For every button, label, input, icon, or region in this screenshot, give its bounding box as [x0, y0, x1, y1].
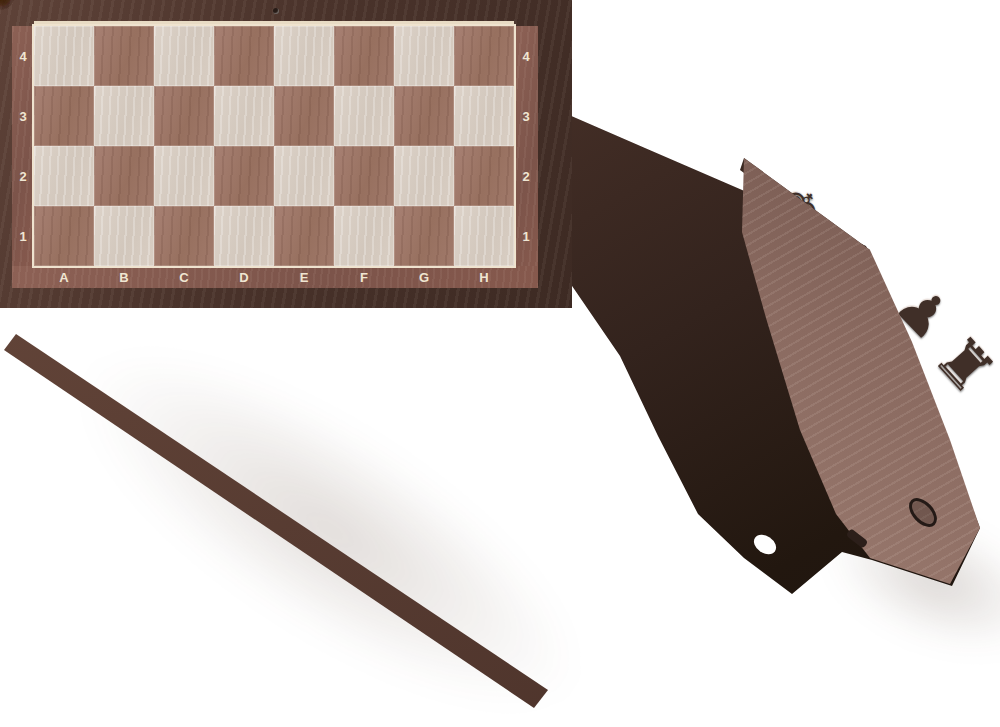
- chessboard-face: ABCDEFGH11223344: [0, 0, 572, 308]
- square-c4: [154, 26, 214, 86]
- square-c2: [154, 146, 214, 206]
- square-a3: [34, 86, 94, 146]
- square-b2: [94, 146, 154, 206]
- file-label-h: H: [479, 271, 488, 284]
- square-e1: [274, 206, 334, 266]
- square-h4: [454, 26, 514, 86]
- square-e2: [274, 146, 334, 206]
- square-f3: [334, 86, 394, 146]
- board-squares: [34, 26, 514, 266]
- product-photo-folding-chess-set: ♚♟♜ ABCDEFGH11223344 ♟♜♟♞♟♝♟♛♟♚♟♝♟♞♟♜: [0, 0, 1000, 727]
- square-h3: [454, 86, 514, 146]
- black-rook-tip: ♜: [925, 324, 1000, 404]
- fold-boundary-line: [34, 21, 514, 24]
- margin-bottom: [12, 266, 538, 288]
- square-a4: [34, 26, 94, 86]
- square-e3: [274, 86, 334, 146]
- square-h1: [454, 206, 514, 266]
- rank-label-left-3: 3: [19, 110, 26, 123]
- square-f1: [334, 206, 394, 266]
- rank-label-right-3: 3: [522, 110, 529, 123]
- square-b1: [94, 206, 154, 266]
- file-label-a: A: [59, 271, 68, 284]
- rank-label-left-2: 2: [19, 170, 26, 183]
- square-f4: [334, 26, 394, 86]
- file-label-f: F: [360, 271, 368, 284]
- square-a1: [34, 206, 94, 266]
- rank-label-right-4: 4: [522, 50, 529, 63]
- rank-label-right-2: 2: [522, 170, 529, 183]
- square-a2: [34, 146, 94, 206]
- square-e4: [274, 26, 334, 86]
- file-label-g: G: [419, 271, 429, 284]
- square-g4: [394, 26, 454, 86]
- square-g2: [394, 146, 454, 206]
- square-g3: [394, 86, 454, 146]
- file-label-c: C: [179, 271, 188, 284]
- rank-label-right-1: 1: [522, 230, 529, 243]
- rank-label-left-1: 1: [19, 230, 26, 243]
- floor-shadow: [24, 283, 636, 727]
- square-d2: [214, 146, 274, 206]
- square-g1: [394, 206, 454, 266]
- square-d1: [214, 206, 274, 266]
- file-label-d: D: [239, 271, 248, 284]
- square-b4: [94, 26, 154, 86]
- square-d3: [214, 86, 274, 146]
- square-c3: [154, 86, 214, 146]
- square-b3: [94, 86, 154, 146]
- hinge-screw-icon: [273, 8, 279, 14]
- file-label-b: B: [119, 271, 128, 284]
- square-d4: [214, 26, 274, 86]
- file-label-e: E: [300, 271, 309, 284]
- square-h2: [454, 146, 514, 206]
- square-c1: [154, 206, 214, 266]
- square-f2: [334, 146, 394, 206]
- rank-label-left-4: 4: [19, 50, 26, 63]
